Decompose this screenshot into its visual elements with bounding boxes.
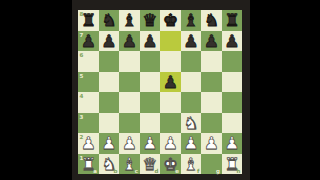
square-a7[interactable]: 7♟ [78, 31, 99, 52]
square-h3[interactable] [222, 113, 243, 134]
black-pawn[interactable]: ♟ [224, 31, 239, 52]
square-e1[interactable]: e♚ [160, 154, 181, 175]
white-pawn[interactable]: ♟ [122, 133, 137, 154]
rank-label-3: 3 [80, 114, 84, 120]
square-b5[interactable] [99, 72, 120, 93]
square-g1[interactable]: g [201, 154, 222, 175]
black-pawn[interactable]: ♟ [204, 31, 219, 52]
file-label-c: c [135, 168, 138, 174]
square-d6[interactable] [140, 51, 161, 72]
square-a3[interactable]: 3 [78, 113, 99, 134]
file-label-g: g [216, 168, 220, 174]
square-f4[interactable] [181, 92, 202, 113]
file-label-d: d [155, 168, 159, 174]
rank-label-6: 6 [80, 52, 84, 58]
square-g8[interactable]: ♞ [201, 10, 222, 31]
square-b6[interactable] [99, 51, 120, 72]
square-h5[interactable] [222, 72, 243, 93]
file-label-h: h [237, 168, 241, 174]
video-stage: 8♜♞♝♛♚♝♞♜7♟♟♟♟♟♟♟65♟43♞2♟♟♟♟♟♟♟♟1a♜b♞c♝d… [0, 0, 320, 180]
square-e5[interactable]: ♟ [160, 72, 181, 93]
square-d5[interactable] [140, 72, 161, 93]
black-king[interactable]: ♚ [163, 10, 178, 31]
square-c4[interactable] [119, 92, 140, 113]
rank-label-5: 5 [80, 73, 84, 79]
square-d2[interactable]: ♟ [140, 133, 161, 154]
square-c8[interactable]: ♝ [119, 10, 140, 31]
square-e2[interactable]: ♟ [160, 133, 181, 154]
square-h1[interactable]: h♜ [222, 154, 243, 175]
square-e4[interactable] [160, 92, 181, 113]
square-c6[interactable] [119, 51, 140, 72]
square-c1[interactable]: c♝ [119, 154, 140, 175]
black-rook[interactable]: ♜ [224, 10, 239, 31]
square-f7[interactable]: ♟ [181, 31, 202, 52]
square-b3[interactable] [99, 113, 120, 134]
white-pawn[interactable]: ♟ [183, 133, 198, 154]
black-bishop[interactable]: ♝ [183, 10, 198, 31]
square-e7[interactable] [160, 31, 181, 52]
square-f3[interactable]: ♞ [181, 113, 202, 134]
rank-label-1: 1 [80, 155, 84, 161]
white-pawn[interactable]: ♟ [142, 133, 157, 154]
square-a4[interactable]: 4 [78, 92, 99, 113]
square-e8[interactable]: ♚ [160, 10, 181, 31]
black-pawn[interactable]: ♟ [163, 72, 178, 93]
black-queen[interactable]: ♛ [142, 10, 157, 31]
rank-label-8: 8 [80, 11, 84, 17]
square-c5[interactable] [119, 72, 140, 93]
white-knight[interactable]: ♞ [183, 113, 198, 134]
square-h2[interactable]: ♟ [222, 133, 243, 154]
square-g7[interactable]: ♟ [201, 31, 222, 52]
square-h7[interactable]: ♟ [222, 31, 243, 52]
square-g4[interactable] [201, 92, 222, 113]
square-c3[interactable] [119, 113, 140, 134]
square-f1[interactable]: f♝ [181, 154, 202, 175]
rank-label-4: 4 [80, 93, 84, 99]
square-d1[interactable]: d♛ [140, 154, 161, 175]
black-pawn[interactable]: ♟ [122, 31, 137, 52]
square-f6[interactable] [181, 51, 202, 72]
square-f2[interactable]: ♟ [181, 133, 202, 154]
square-a5[interactable]: 5 [78, 72, 99, 93]
black-pawn[interactable]: ♟ [101, 31, 116, 52]
square-d7[interactable]: ♟ [140, 31, 161, 52]
square-g3[interactable] [201, 113, 222, 134]
square-a6[interactable]: 6 [78, 51, 99, 72]
white-bishop[interactable]: ♝ [183, 154, 198, 175]
white-pawn[interactable]: ♟ [204, 133, 219, 154]
square-e3[interactable] [160, 113, 181, 134]
file-label-f: f [197, 168, 199, 174]
square-g2[interactable]: ♟ [201, 133, 222, 154]
square-g5[interactable] [201, 72, 222, 93]
white-pawn[interactable]: ♟ [224, 133, 239, 154]
square-h8[interactable]: ♜ [222, 10, 243, 31]
square-a2[interactable]: 2♟ [78, 133, 99, 154]
square-c2[interactable]: ♟ [119, 133, 140, 154]
square-b2[interactable]: ♟ [99, 133, 120, 154]
square-d8[interactable]: ♛ [140, 10, 161, 31]
square-f8[interactable]: ♝ [181, 10, 202, 31]
square-g6[interactable] [201, 51, 222, 72]
square-d4[interactable] [140, 92, 161, 113]
square-b7[interactable]: ♟ [99, 31, 120, 52]
square-b8[interactable]: ♞ [99, 10, 120, 31]
black-bishop[interactable]: ♝ [122, 10, 137, 31]
square-b1[interactable]: b♞ [99, 154, 120, 175]
square-d3[interactable] [140, 113, 161, 134]
chess-board[interactable]: 8♜♞♝♛♚♝♞♜7♟♟♟♟♟♟♟65♟43♞2♟♟♟♟♟♟♟♟1a♜b♞c♝d… [78, 10, 242, 174]
white-pawn[interactable]: ♟ [163, 133, 178, 154]
square-b4[interactable] [99, 92, 120, 113]
square-h4[interactable] [222, 92, 243, 113]
square-h6[interactable] [222, 51, 243, 72]
black-knight[interactable]: ♞ [101, 10, 116, 31]
square-f5[interactable] [181, 72, 202, 93]
rank-label-7: 7 [80, 32, 84, 38]
square-a8[interactable]: 8♜ [78, 10, 99, 31]
square-e6[interactable] [160, 51, 181, 72]
square-c7[interactable]: ♟ [119, 31, 140, 52]
rank-label-2: 2 [80, 134, 84, 140]
square-a1[interactable]: 1a♜ [78, 154, 99, 175]
white-pawn[interactable]: ♟ [101, 133, 116, 154]
black-knight[interactable]: ♞ [204, 10, 219, 31]
file-label-b: b [114, 168, 118, 174]
file-label-a: a [93, 168, 97, 174]
black-pawn[interactable]: ♟ [142, 31, 157, 52]
black-pawn[interactable]: ♟ [183, 31, 198, 52]
file-label-e: e [175, 168, 179, 174]
